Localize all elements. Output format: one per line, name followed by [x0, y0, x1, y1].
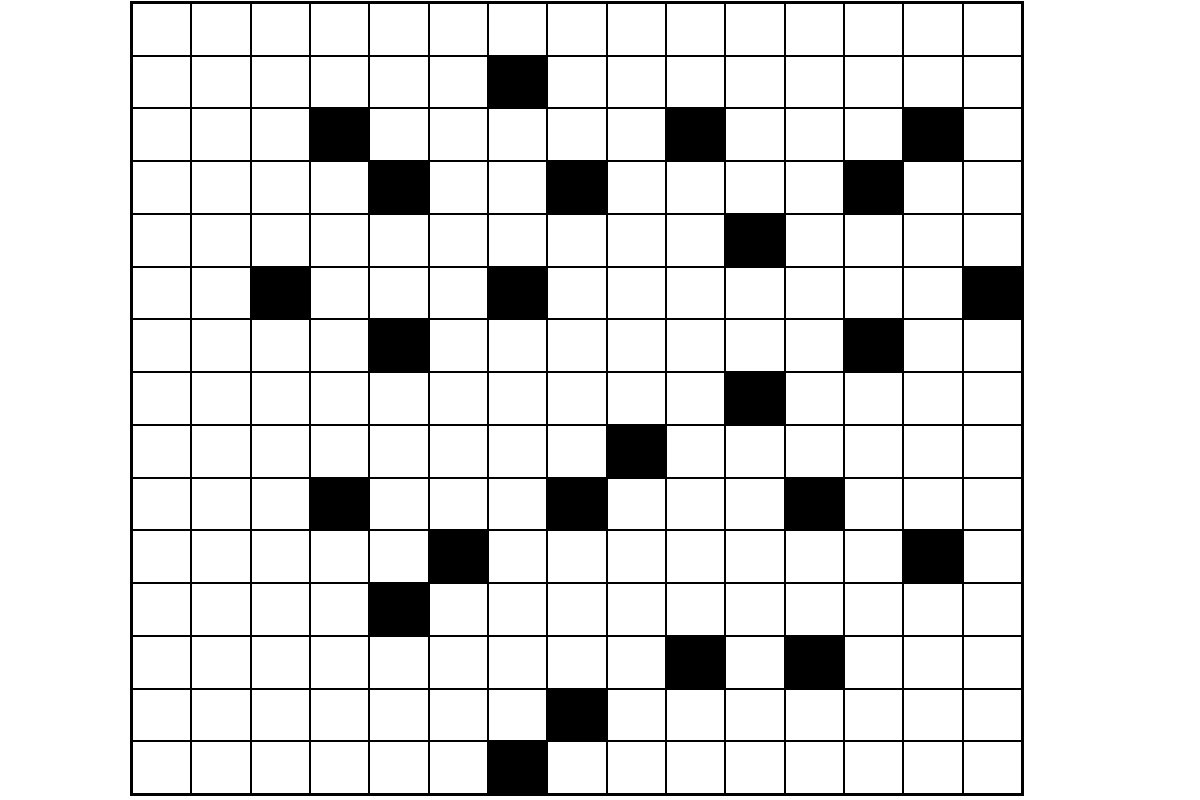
grid-cell[interactable]	[430, 584, 487, 635]
grid-cell[interactable]	[489, 584, 546, 635]
grid-cell[interactable]	[252, 320, 309, 371]
grid-cell[interactable]	[548, 57, 605, 108]
grid-cell[interactable]	[489, 637, 546, 688]
block-cell	[370, 584, 427, 635]
grid-cell[interactable]	[311, 373, 368, 424]
grid-cell[interactable]	[964, 742, 1021, 793]
grid-cell[interactable]	[192, 162, 249, 213]
grid-cell[interactable]	[370, 742, 427, 793]
grid-cell[interactable]	[311, 584, 368, 635]
grid-cell[interactable]	[430, 4, 487, 55]
grid-cell[interactable]	[430, 637, 487, 688]
grid-cell[interactable]	[786, 426, 843, 477]
grid-cell[interactable]	[904, 637, 961, 688]
grid-cell[interactable]	[904, 162, 961, 213]
grid-cell[interactable]	[726, 57, 783, 108]
grid-cell[interactable]	[252, 373, 309, 424]
block-cell	[608, 426, 665, 477]
grid-cell[interactable]	[311, 531, 368, 582]
grid-cell[interactable]	[667, 479, 724, 530]
grid-cell[interactable]	[667, 162, 724, 213]
grid-cell[interactable]	[964, 373, 1021, 424]
grid-cell[interactable]	[252, 215, 309, 266]
grid-cell[interactable]	[548, 109, 605, 160]
block-cell	[786, 479, 843, 530]
grid-cell[interactable]	[667, 268, 724, 319]
grid-cell[interactable]	[192, 426, 249, 477]
grid-cell[interactable]	[252, 690, 309, 741]
grid-cell[interactable]	[430, 109, 487, 160]
grid-cell[interactable]	[430, 320, 487, 371]
grid-cell[interactable]	[311, 637, 368, 688]
grid-cell[interactable]	[370, 426, 427, 477]
grid-cell[interactable]	[252, 531, 309, 582]
grid-cell[interactable]	[726, 268, 783, 319]
grid-cell[interactable]	[252, 584, 309, 635]
grid-cell[interactable]	[370, 215, 427, 266]
block-cell	[845, 162, 902, 213]
block-cell	[370, 320, 427, 371]
grid-cell[interactable]	[904, 4, 961, 55]
grid-cell[interactable]	[133, 637, 190, 688]
grid-cell[interactable]	[489, 4, 546, 55]
grid-cell[interactable]	[904, 268, 961, 319]
grid-cell[interactable]	[964, 57, 1021, 108]
grid-cell[interactable]	[548, 4, 605, 55]
grid-cell[interactable]	[548, 531, 605, 582]
grid-cell[interactable]	[786, 584, 843, 635]
grid-cell[interactable]	[192, 215, 249, 266]
block-cell	[370, 162, 427, 213]
grid-cell[interactable]	[667, 426, 724, 477]
grid-cell[interactable]	[904, 742, 961, 793]
grid-cell[interactable]	[489, 320, 546, 371]
grid-cell[interactable]	[252, 4, 309, 55]
grid-cell[interactable]	[548, 637, 605, 688]
grid-cell[interactable]	[608, 320, 665, 371]
grid-cell[interactable]	[252, 742, 309, 793]
grid-cell[interactable]	[845, 690, 902, 741]
grid-cell[interactable]	[548, 320, 605, 371]
grid-cell[interactable]	[311, 57, 368, 108]
grid-cell[interactable]	[726, 426, 783, 477]
grid-cell[interactable]	[430, 426, 487, 477]
grid-cell[interactable]	[548, 215, 605, 266]
grid-cell[interactable]	[667, 742, 724, 793]
grid-cell[interactable]	[311, 268, 368, 319]
grid-cell[interactable]	[311, 215, 368, 266]
grid-cell[interactable]	[786, 320, 843, 371]
grid-cell[interactable]	[252, 637, 309, 688]
grid-cell[interactable]	[489, 373, 546, 424]
grid-cell[interactable]	[845, 109, 902, 160]
grid-cell[interactable]	[845, 57, 902, 108]
block-cell	[667, 109, 724, 160]
grid-cell[interactable]	[133, 426, 190, 477]
grid-cell[interactable]	[608, 162, 665, 213]
grid-cell[interactable]	[370, 57, 427, 108]
grid-cell[interactable]	[370, 373, 427, 424]
grid-cell[interactable]	[548, 373, 605, 424]
grid-cell[interactable]	[133, 320, 190, 371]
grid-cell[interactable]	[904, 479, 961, 530]
grid-cell[interactable]	[133, 690, 190, 741]
grid-cell[interactable]	[608, 637, 665, 688]
grid-cell[interactable]	[489, 162, 546, 213]
grid-cell[interactable]	[904, 320, 961, 371]
grid-cell[interactable]	[192, 690, 249, 741]
grid-cell[interactable]	[726, 479, 783, 530]
grid-cell[interactable]	[786, 215, 843, 266]
grid-cell[interactable]	[964, 426, 1021, 477]
grid-cell[interactable]	[133, 479, 190, 530]
grid-cell[interactable]	[370, 531, 427, 582]
grid-cell[interactable]	[904, 584, 961, 635]
block-cell	[252, 268, 309, 319]
grid-cell[interactable]	[192, 109, 249, 160]
block-cell	[489, 268, 546, 319]
grid-cell[interactable]	[964, 162, 1021, 213]
grid-cell[interactable]	[786, 531, 843, 582]
grid-cell[interactable]	[726, 690, 783, 741]
grid-cell[interactable]	[786, 742, 843, 793]
grid-cell[interactable]	[489, 109, 546, 160]
grid-cell[interactable]	[430, 373, 487, 424]
grid-cell[interactable]	[608, 215, 665, 266]
grid-cell[interactable]	[608, 690, 665, 741]
grid-cell[interactable]	[192, 268, 249, 319]
grid-cell[interactable]	[133, 373, 190, 424]
grid-cell[interactable]	[133, 584, 190, 635]
grid-cell[interactable]	[786, 4, 843, 55]
grid-cell[interactable]	[667, 584, 724, 635]
grid-cell[interactable]	[845, 479, 902, 530]
grid-cell[interactable]	[845, 426, 902, 477]
grid-cell[interactable]	[786, 373, 843, 424]
grid-cell[interactable]	[133, 531, 190, 582]
grid-cell[interactable]	[786, 162, 843, 213]
block-cell	[548, 690, 605, 741]
grid-cell[interactable]	[489, 531, 546, 582]
grid-cell[interactable]	[192, 57, 249, 108]
block-cell	[667, 637, 724, 688]
grid-cell[interactable]	[370, 4, 427, 55]
grid-cell[interactable]	[489, 426, 546, 477]
grid-cell[interactable]	[845, 4, 902, 55]
grid-cell[interactable]	[133, 57, 190, 108]
grid-cell[interactable]	[964, 215, 1021, 266]
grid-cell[interactable]	[430, 479, 487, 530]
grid-cell[interactable]	[667, 215, 724, 266]
grid-cell[interactable]	[845, 531, 902, 582]
grid-cell[interactable]	[608, 268, 665, 319]
grid-cell[interactable]	[192, 4, 249, 55]
grid-cell[interactable]	[786, 57, 843, 108]
grid-cell[interactable]	[667, 320, 724, 371]
grid-cell[interactable]	[430, 690, 487, 741]
block-cell	[489, 57, 546, 108]
grid-cell[interactable]	[311, 742, 368, 793]
grid-cell[interactable]	[311, 162, 368, 213]
block-cell	[726, 373, 783, 424]
grid-cell[interactable]	[430, 215, 487, 266]
block-cell	[845, 320, 902, 371]
grid-cell[interactable]	[964, 690, 1021, 741]
block-cell	[904, 109, 961, 160]
grid-cell[interactable]	[133, 162, 190, 213]
grid-cell[interactable]	[608, 57, 665, 108]
grid-cell[interactable]	[370, 109, 427, 160]
grid-cell[interactable]	[726, 162, 783, 213]
grid-cell[interactable]	[311, 426, 368, 477]
grid-cell[interactable]	[311, 690, 368, 741]
grid-cell[interactable]	[608, 531, 665, 582]
grid-cell[interactable]	[608, 109, 665, 160]
grid-cell[interactable]	[845, 215, 902, 266]
grid-cell[interactable]	[964, 320, 1021, 371]
grid-cell[interactable]	[964, 584, 1021, 635]
grid-cell[interactable]	[726, 584, 783, 635]
grid-cell[interactable]	[726, 320, 783, 371]
grid-cell[interactable]	[726, 109, 783, 160]
grid-cell[interactable]	[252, 162, 309, 213]
grid-cell[interactable]	[904, 215, 961, 266]
grid-cell[interactable]	[430, 742, 487, 793]
grid-cell[interactable]	[608, 4, 665, 55]
grid-cell[interactable]	[430, 268, 487, 319]
grid-cell[interactable]	[370, 268, 427, 319]
grid-cell[interactable]	[192, 320, 249, 371]
block-cell	[964, 268, 1021, 319]
grid-cell[interactable]	[845, 584, 902, 635]
grid-cell[interactable]	[548, 426, 605, 477]
grid-cell[interactable]	[252, 479, 309, 530]
grid-cell[interactable]	[311, 4, 368, 55]
block-cell	[726, 215, 783, 266]
grid-cell[interactable]	[252, 426, 309, 477]
grid-cell[interactable]	[786, 268, 843, 319]
grid-cell[interactable]	[192, 584, 249, 635]
grid-cell[interactable]	[311, 320, 368, 371]
grid-cell[interactable]	[726, 4, 783, 55]
grid-cell[interactable]	[667, 4, 724, 55]
grid-cell[interactable]	[133, 4, 190, 55]
grid-cell[interactable]	[964, 479, 1021, 530]
grid-cell[interactable]	[133, 215, 190, 266]
grid-cell[interactable]	[489, 215, 546, 266]
grid-cell[interactable]	[964, 109, 1021, 160]
grid-cell[interactable]	[845, 373, 902, 424]
grid-cell[interactable]	[370, 690, 427, 741]
puzzle-board	[130, 1, 1024, 796]
grid-cell[interactable]	[192, 742, 249, 793]
grid-cell[interactable]	[430, 57, 487, 108]
grid-cell[interactable]	[489, 479, 546, 530]
grid-cell[interactable]	[667, 373, 724, 424]
grid-cell[interactable]	[489, 690, 546, 741]
grid-cell[interactable]	[786, 690, 843, 741]
grid-cell[interactable]	[252, 109, 309, 160]
grid-cell[interactable]	[430, 162, 487, 213]
grid-cell[interactable]	[667, 57, 724, 108]
block-cell	[786, 637, 843, 688]
grid-cell[interactable]	[192, 479, 249, 530]
grid-cell[interactable]	[192, 531, 249, 582]
grid-cell[interactable]	[667, 531, 724, 582]
block-cell	[430, 531, 487, 582]
block-cell	[548, 479, 605, 530]
grid-cell[interactable]	[608, 373, 665, 424]
grid-cell[interactable]	[370, 637, 427, 688]
grid-cell[interactable]	[845, 268, 902, 319]
grid-cell[interactable]	[904, 373, 961, 424]
block-cell	[904, 531, 961, 582]
grid-cell[interactable]	[726, 742, 783, 793]
grid-cell[interactable]	[786, 109, 843, 160]
grid-cell[interactable]	[548, 584, 605, 635]
grid-cell[interactable]	[608, 742, 665, 793]
grid-cell[interactable]	[904, 690, 961, 741]
grid-cell[interactable]	[904, 57, 961, 108]
grid-cell[interactable]	[845, 742, 902, 793]
grid-cell[interactable]	[726, 637, 783, 688]
grid-cell[interactable]	[845, 637, 902, 688]
block-cell	[548, 162, 605, 213]
grid-cell[interactable]	[548, 268, 605, 319]
grid-cell[interactable]	[726, 531, 783, 582]
grid-cell[interactable]	[252, 57, 309, 108]
grid-cell[interactable]	[964, 531, 1021, 582]
block-cell	[489, 742, 546, 793]
grid-cell[interactable]	[133, 742, 190, 793]
grid-cell[interactable]	[608, 584, 665, 635]
grid-cell[interactable]	[370, 479, 427, 530]
grid-cell[interactable]	[133, 268, 190, 319]
block-cell	[311, 109, 368, 160]
grid-cell[interactable]	[548, 742, 605, 793]
grid-cell[interactable]	[964, 4, 1021, 55]
block-cell	[311, 479, 368, 530]
grid-cell[interactable]	[608, 479, 665, 530]
grid-cell[interactable]	[192, 637, 249, 688]
grid-cell[interactable]	[192, 373, 249, 424]
grid-cell[interactable]	[964, 637, 1021, 688]
grid-cell[interactable]	[904, 426, 961, 477]
grid-cell[interactable]	[667, 690, 724, 741]
grid-cell[interactable]	[133, 109, 190, 160]
